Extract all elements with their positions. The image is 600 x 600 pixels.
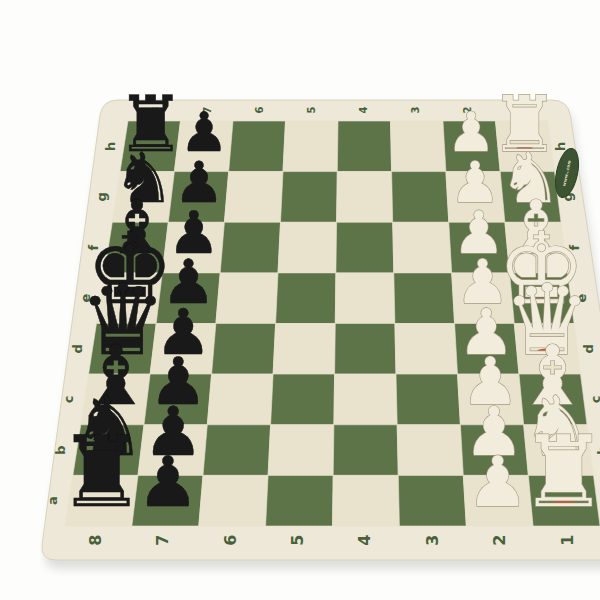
square-b5 — [268, 425, 334, 476]
piece-white-rook-a1: ♜ — [520, 414, 600, 529]
square-b6 — [203, 425, 271, 476]
square-a3 — [398, 475, 466, 526]
piece-black-rook-a8: ♜ — [58, 414, 147, 529]
square-c5 — [271, 374, 335, 425]
rank-label-far-6: 6 — [254, 107, 265, 114]
square-e5 — [276, 273, 336, 324]
square-h5 — [283, 121, 338, 172]
rank-label-near-8: 8 — [86, 535, 105, 546]
chess-board: 8877665544332211hhggffeeddccbbaawww…coms… — [40, 16, 600, 600]
square-a6 — [199, 475, 268, 526]
square-d3 — [395, 324, 458, 375]
square-b3 — [397, 425, 463, 476]
square-f6 — [220, 222, 280, 273]
rank-label-near-2: 2 — [490, 535, 509, 546]
square-a5 — [266, 475, 334, 526]
square-d6 — [212, 324, 276, 375]
rank-label-far-5: 5 — [306, 107, 317, 114]
rank-label-near-4: 4 — [355, 535, 374, 546]
square-g6 — [224, 172, 283, 223]
square-d5 — [273, 324, 335, 375]
square-h3 — [391, 121, 446, 172]
square-c4 — [334, 374, 397, 425]
square-g4 — [337, 172, 393, 223]
rank-label-far-3: 3 — [410, 107, 421, 114]
rank-label-near-1: 1 — [558, 535, 577, 546]
square-g5 — [281, 172, 338, 223]
square-h4 — [337, 121, 391, 172]
rank-label-near-5: 5 — [288, 535, 307, 546]
piece-black-pawn-a7: ♟ — [137, 441, 199, 522]
rank-label-near-3: 3 — [423, 535, 442, 546]
square-f3 — [393, 222, 452, 273]
square-e6 — [216, 273, 278, 324]
square-f4 — [336, 222, 394, 273]
square-e3 — [394, 273, 455, 324]
square-a4 — [333, 475, 400, 526]
square-g3 — [392, 172, 449, 223]
rank-label-far-4: 4 — [358, 107, 369, 114]
square-h6 — [229, 121, 286, 172]
rank-label-near-6: 6 — [221, 535, 240, 546]
square-f5 — [278, 222, 337, 273]
square-c6 — [207, 374, 273, 425]
square-c3 — [396, 374, 460, 425]
square-b4 — [333, 425, 398, 476]
rank-label-near-7: 7 — [153, 535, 172, 546]
chess-set-photo: 8877665544332211hhggffeeddccbbaawww…coms… — [40, 16, 600, 600]
square-e4 — [335, 273, 395, 324]
square-d4 — [335, 324, 396, 375]
